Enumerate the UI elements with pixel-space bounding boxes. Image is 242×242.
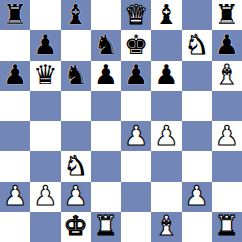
white-knight[interactable]: ♞ — [185, 31, 209, 58]
square-f7[interactable] — [151, 30, 181, 60]
square-h1[interactable]: ♜ — [212, 212, 242, 242]
square-a6[interactable]: ♟ — [0, 61, 30, 91]
square-d8[interactable] — [91, 0, 121, 30]
square-h7[interactable]: ♟ — [212, 30, 242, 60]
square-e4[interactable]: ♟ — [121, 121, 151, 151]
square-f6[interactable]: ♟ — [151, 61, 181, 91]
square-a7[interactable] — [0, 30, 30, 60]
square-e5[interactable] — [121, 91, 151, 121]
square-e3[interactable] — [121, 151, 151, 181]
square-d6[interactable]: ♟ — [91, 61, 121, 91]
square-g5[interactable] — [182, 91, 212, 121]
square-c3[interactable]: ♞ — [61, 151, 91, 181]
white-pawn[interactable]: ♟ — [33, 182, 57, 209]
white-pawn[interactable]: ♟ — [124, 122, 148, 149]
square-g7[interactable]: ♞ — [182, 30, 212, 60]
square-e8[interactable]: ♛ — [121, 0, 151, 30]
square-g2[interactable]: ♟ — [182, 182, 212, 212]
square-h2[interactable] — [212, 182, 242, 212]
square-g8[interactable] — [182, 0, 212, 30]
black-rook[interactable]: ♜ — [3, 1, 27, 28]
square-b7[interactable]: ♟ — [30, 30, 60, 60]
square-c1[interactable]: ♚ — [61, 212, 91, 242]
black-queen[interactable]: ♛ — [33, 61, 57, 88]
square-e1[interactable] — [121, 212, 151, 242]
square-b8[interactable] — [30, 0, 60, 30]
square-f8[interactable]: ♝ — [151, 0, 181, 30]
square-d1[interactable]: ♜ — [91, 212, 121, 242]
white-pawn[interactable]: ♟ — [154, 122, 178, 149]
white-rook[interactable]: ♜ — [94, 212, 118, 239]
square-d3[interactable] — [91, 151, 121, 181]
square-g6[interactable] — [182, 61, 212, 91]
black-knight[interactable]: ♞ — [64, 61, 88, 88]
black-knight[interactable]: ♞ — [94, 31, 118, 58]
square-f3[interactable] — [151, 151, 181, 181]
square-b5[interactable] — [30, 91, 60, 121]
white-pawn[interactable]: ♟ — [185, 182, 209, 209]
square-g4[interactable] — [182, 121, 212, 151]
square-h4[interactable]: ♟ — [212, 121, 242, 151]
square-f4[interactable]: ♟ — [151, 121, 181, 151]
square-f2[interactable] — [151, 182, 181, 212]
square-c5[interactable] — [61, 91, 91, 121]
square-h8[interactable]: ♜ — [212, 0, 242, 30]
square-d4[interactable] — [91, 121, 121, 151]
square-b3[interactable] — [30, 151, 60, 181]
square-f5[interactable] — [151, 91, 181, 121]
square-e2[interactable] — [121, 182, 151, 212]
square-b4[interactable] — [30, 121, 60, 151]
square-a2[interactable]: ♟ — [0, 182, 30, 212]
square-c4[interactable] — [61, 121, 91, 151]
square-h5[interactable] — [212, 91, 242, 121]
square-c2[interactable]: ♟ — [61, 182, 91, 212]
square-c6[interactable]: ♞ — [61, 61, 91, 91]
square-h6[interactable]: ♝ — [212, 61, 242, 91]
square-d7[interactable]: ♞ — [91, 30, 121, 60]
black-pawn[interactable]: ♟ — [124, 61, 148, 88]
white-pawn[interactable]: ♟ — [64, 182, 88, 209]
square-b2[interactable]: ♟ — [30, 182, 60, 212]
white-bishop[interactable]: ♝ — [154, 212, 178, 239]
square-c8[interactable]: ♝ — [61, 0, 91, 30]
white-queen[interactable]: ♛ — [124, 1, 148, 28]
white-king[interactable]: ♚ — [64, 212, 88, 239]
black-rook[interactable]: ♜ — [215, 1, 239, 28]
square-a3[interactable] — [0, 151, 30, 181]
black-pawn[interactable]: ♟ — [215, 31, 239, 58]
white-pawn[interactable]: ♟ — [3, 182, 27, 209]
square-g3[interactable] — [182, 151, 212, 181]
black-pawn[interactable]: ♟ — [154, 61, 178, 88]
square-e7[interactable]: ♚ — [121, 30, 151, 60]
white-rook[interactable]: ♜ — [215, 212, 239, 239]
black-bishop[interactable]: ♝ — [64, 1, 88, 28]
square-a1[interactable] — [0, 212, 30, 242]
square-h3[interactable] — [212, 151, 242, 181]
chess-board: ♜♝♛♝♜♟♞♚♞♟♟♛♞♟♟♟♝♟♟♟♞♟♟♟♟♚♜♝♜ — [0, 0, 242, 242]
black-bishop[interactable]: ♝ — [154, 1, 178, 28]
square-d5[interactable] — [91, 91, 121, 121]
square-f1[interactable]: ♝ — [151, 212, 181, 242]
square-a4[interactable] — [0, 121, 30, 151]
square-c7[interactable] — [61, 30, 91, 60]
black-pawn[interactable]: ♟ — [94, 61, 118, 88]
square-b1[interactable] — [30, 212, 60, 242]
white-bishop[interactable]: ♝ — [215, 61, 239, 88]
square-e6[interactable]: ♟ — [121, 61, 151, 91]
square-g1[interactable] — [182, 212, 212, 242]
square-a8[interactable]: ♜ — [0, 0, 30, 30]
black-pawn[interactable]: ♟ — [3, 61, 27, 88]
square-a5[interactable] — [0, 91, 30, 121]
black-pawn[interactable]: ♟ — [33, 31, 57, 58]
black-king[interactable]: ♚ — [124, 31, 148, 58]
white-pawn[interactable]: ♟ — [215, 122, 239, 149]
white-knight[interactable]: ♞ — [64, 152, 88, 179]
square-d2[interactable] — [91, 182, 121, 212]
square-b6[interactable]: ♛ — [30, 61, 60, 91]
